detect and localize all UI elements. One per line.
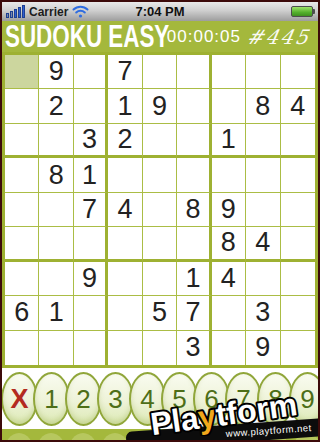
cell-digit: 7 xyxy=(118,56,133,87)
numpad-button-label: 9 xyxy=(300,384,314,415)
cell-digit: 6 xyxy=(14,297,29,328)
grid-cell-r6c4[interactable] xyxy=(108,227,142,261)
numpad-button-label: 3 xyxy=(108,384,122,415)
cell-digit: 9 xyxy=(82,263,97,294)
numpad-button-label: 8 xyxy=(268,384,282,415)
grid-cell-r2c3[interactable] xyxy=(74,89,108,123)
grid-cell-r1c3[interactable] xyxy=(74,55,108,89)
sudoku-board: 9721984321817489849146157339 xyxy=(2,52,318,368)
bottom-bar xyxy=(2,429,318,440)
numpad-button-label: 4 xyxy=(140,384,154,415)
grid-cell-r4c9[interactable] xyxy=(281,158,315,192)
cell-digit: 4 xyxy=(118,194,133,225)
cell-digit: 3 xyxy=(82,124,97,155)
grid-cell-r8c1[interactable]: 6 xyxy=(5,296,39,330)
second-row-button-peek xyxy=(164,433,194,440)
grid-cell-r1c9[interactable] xyxy=(281,55,315,89)
grid-cell-r4c5[interactable] xyxy=(143,158,177,192)
grid-cell-r7c9[interactable] xyxy=(281,262,315,296)
grid-cell-r6c8[interactable]: 4 xyxy=(246,227,280,261)
grid-cell-r5c4[interactable]: 4 xyxy=(108,193,142,227)
grid-cell-r3c7[interactable]: 1 xyxy=(212,124,246,158)
grid-cell-r7c5[interactable] xyxy=(143,262,177,296)
grid-cell-r9c8[interactable]: 9 xyxy=(246,331,280,365)
cell-digit: 4 xyxy=(221,263,236,294)
grid-cell-r4c1[interactable] xyxy=(5,158,39,192)
cell-digit: 3 xyxy=(185,332,200,363)
cell-digit: 9 xyxy=(49,56,64,87)
grid-cell-r1c4[interactable]: 7 xyxy=(108,55,142,89)
grid-cell-r8c5[interactable]: 5 xyxy=(143,296,177,330)
numpad-button-label: 2 xyxy=(76,384,90,415)
grid-cell-r5c8[interactable] xyxy=(246,193,280,227)
grid-cell-r2c2[interactable]: 2 xyxy=(39,89,73,123)
second-row-button-peek xyxy=(260,433,290,440)
cell-digit: 2 xyxy=(118,124,133,155)
grid-cell-r2c8[interactable]: 8 xyxy=(246,89,280,123)
grid-cell-r7c2[interactable] xyxy=(39,262,73,296)
grid-cell-r9c6[interactable]: 3 xyxy=(177,331,211,365)
cell-digit: 8 xyxy=(185,194,200,225)
grid-cell-r8c4[interactable] xyxy=(108,296,142,330)
puzzle-number: #445 xyxy=(245,25,312,49)
cell-digit: 8 xyxy=(49,160,64,191)
cell-digit: 4 xyxy=(290,91,305,122)
grid-cell-r7c1[interactable] xyxy=(5,262,39,296)
grid-cell-r8c8[interactable]: 3 xyxy=(246,296,280,330)
grid-cell-r6c2[interactable] xyxy=(39,227,73,261)
cell-digit: 1 xyxy=(49,297,64,328)
numpad-button-9[interactable]: 9 xyxy=(289,372,320,426)
grid-cell-r1c7[interactable] xyxy=(212,55,246,89)
grid-cell-r7c6[interactable]: 1 xyxy=(177,262,211,296)
grid-cell-r1c1[interactable] xyxy=(5,55,39,89)
game-timer: 00:00:05 xyxy=(167,27,241,47)
cell-digit: 1 xyxy=(82,160,97,191)
cell-digit: 9 xyxy=(221,194,236,225)
grid-cell-r7c8[interactable] xyxy=(246,262,280,296)
grid-cell-r2c9[interactable]: 4 xyxy=(281,89,315,123)
grid-cell-r2c6[interactable] xyxy=(177,89,211,123)
cell-digit: 1 xyxy=(118,91,133,122)
second-row-button-peek xyxy=(100,433,130,440)
grid-cell-r8c7[interactable] xyxy=(212,296,246,330)
grid-cell-r9c4[interactable] xyxy=(108,331,142,365)
cell-digit: 7 xyxy=(185,297,200,328)
grid-cell-r4c7[interactable] xyxy=(212,158,246,192)
second-row-button-peek xyxy=(68,433,98,440)
grid-cell-r7c3[interactable]: 9 xyxy=(74,262,108,296)
grid-cell-r9c1[interactable] xyxy=(5,331,39,365)
grid-cell-r2c1[interactable] xyxy=(5,89,39,123)
cell-digit: 1 xyxy=(221,124,236,155)
grid-cell-r6c7[interactable]: 8 xyxy=(212,227,246,261)
grid-cell-r1c5[interactable] xyxy=(143,55,177,89)
clock: 7:04 PM xyxy=(2,4,318,19)
grid-cell-r3c1[interactable] xyxy=(5,124,39,158)
grid-cell-r9c2[interactable] xyxy=(39,331,73,365)
cell-digit: 9 xyxy=(255,332,270,363)
grid-cell-r4c6[interactable] xyxy=(177,158,211,192)
grid-cell-r3c3[interactable]: 3 xyxy=(74,124,108,158)
grid-cell-r6c5[interactable] xyxy=(143,227,177,261)
iphone-screen: Carrier 7:04 PM SUDOKU EASY 00:00:05 #44… xyxy=(0,0,320,442)
grid-cell-r5c9[interactable] xyxy=(281,193,315,227)
cell-digit: 4 xyxy=(255,227,270,258)
cell-digit: 9 xyxy=(152,91,167,122)
grid-cell-r3c5[interactable] xyxy=(143,124,177,158)
cell-digit: 7 xyxy=(82,194,97,225)
grid-cell-r4c3[interactable]: 1 xyxy=(74,158,108,192)
grid-cell-r3c4[interactable]: 2 xyxy=(108,124,142,158)
page-title: SUDOKU EASY xyxy=(5,21,169,52)
grid-cell-r3c8[interactable] xyxy=(246,124,280,158)
numpad-button-label: 7 xyxy=(236,384,250,415)
grid-cell-r4c4[interactable] xyxy=(108,158,142,192)
grid-cell-r9c9[interactable] xyxy=(281,331,315,365)
grid-cell-r2c4[interactable]: 1 xyxy=(108,89,142,123)
grid-cell-r3c9[interactable] xyxy=(281,124,315,158)
grid-cell-r6c9[interactable] xyxy=(281,227,315,261)
cell-digit: 3 xyxy=(255,297,270,328)
cell-digit: 8 xyxy=(255,91,270,122)
numpad-button-label: 5 xyxy=(172,384,186,415)
grid-cell-r9c5[interactable] xyxy=(143,331,177,365)
cell-digit: 8 xyxy=(221,227,236,258)
grid-cell-r1c2[interactable]: 9 xyxy=(39,55,73,89)
grid-cell-r5c7[interactable]: 9 xyxy=(212,193,246,227)
cell-digit: 2 xyxy=(49,91,64,122)
grid-cell-r1c6[interactable] xyxy=(177,55,211,89)
grid-cell-r9c7[interactable] xyxy=(212,331,246,365)
numpad-button-label: X xyxy=(10,384,28,415)
grid-cell-r4c8[interactable] xyxy=(246,158,280,192)
second-row-button-peek xyxy=(36,433,66,440)
grid-cell-r5c1[interactable] xyxy=(5,193,39,227)
grid-cell-r5c3[interactable]: 7 xyxy=(74,193,108,227)
grid-cell-r5c5[interactable] xyxy=(143,193,177,227)
number-pad: X123456789 xyxy=(2,370,318,428)
cell-digit: 1 xyxy=(185,263,200,294)
grid-cell-r5c2[interactable] xyxy=(39,193,73,227)
second-row-button-peek xyxy=(292,433,318,440)
grid-cell-r6c3[interactable] xyxy=(74,227,108,261)
grid-cell-r3c6[interactable] xyxy=(177,124,211,158)
grid-cell-r9c3[interactable] xyxy=(74,331,108,365)
numpad-button-label: 1 xyxy=(44,384,58,415)
grid-cell-r7c4[interactable] xyxy=(108,262,142,296)
grid-cell-r8c2[interactable]: 1 xyxy=(39,296,73,330)
numpad-button-label: 6 xyxy=(204,384,218,415)
grid-cell-r4c2[interactable]: 8 xyxy=(39,158,73,192)
second-row-button-peek xyxy=(132,433,162,440)
grid-cell-r2c5[interactable]: 9 xyxy=(143,89,177,123)
grid-cell-r7c7[interactable]: 4 xyxy=(212,262,246,296)
second-row-button-peek xyxy=(4,433,34,440)
battery-icon xyxy=(291,6,313,17)
grid-cell-r8c6[interactable]: 7 xyxy=(177,296,211,330)
grid-cell-r8c9[interactable] xyxy=(281,296,315,330)
grid-cell-r1c8[interactable] xyxy=(246,55,280,89)
grid-cell-r6c6[interactable] xyxy=(177,227,211,261)
second-row-button-peek xyxy=(228,433,258,440)
cell-digit: 5 xyxy=(152,297,167,328)
grid-cell-r8c3[interactable] xyxy=(74,296,108,330)
grid-cell-r3c2[interactable] xyxy=(39,124,73,158)
grid-cell-r6c1[interactable] xyxy=(5,227,39,261)
second-row-button-peek xyxy=(196,433,226,440)
header: SUDOKU EASY 00:00:05 #445 xyxy=(2,21,318,52)
grid-cell-r2c7[interactable] xyxy=(212,89,246,123)
grid-cell-r5c6[interactable]: 8 xyxy=(177,193,211,227)
